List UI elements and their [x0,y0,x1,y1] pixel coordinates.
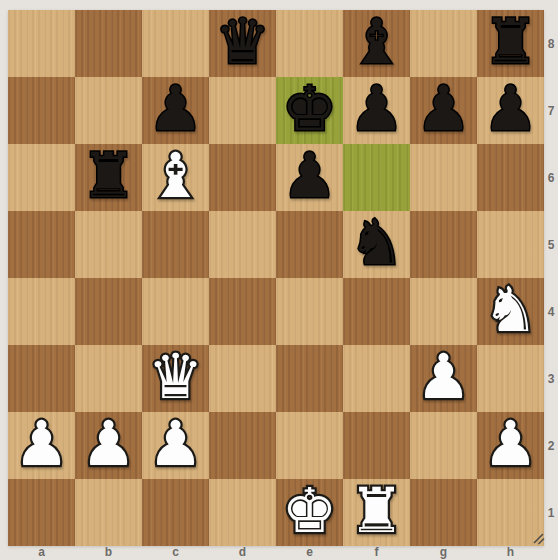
square-f4[interactable] [343,278,410,345]
square-c4[interactable] [142,278,209,345]
square-b4[interactable] [75,278,142,345]
square-b8[interactable] [75,10,142,77]
rank-label-5: 5 [544,237,558,253]
square-b3[interactable] [75,345,142,412]
black-pawn[interactable] [410,77,477,144]
rank-label-2: 2 [544,438,558,454]
black-pawn[interactable] [142,77,209,144]
white-pawn[interactable] [410,345,477,412]
file-label-h: h [477,545,544,560]
square-f6[interactable] [343,144,410,211]
square-e1[interactable] [276,479,343,546]
black-king[interactable] [276,77,343,144]
square-a4[interactable] [8,278,75,345]
white-knight[interactable] [477,278,544,345]
white-pawn[interactable] [142,412,209,479]
white-bishop[interactable] [142,144,209,211]
square-f1[interactable] [343,479,410,546]
square-e4[interactable] [276,278,343,345]
black-pawn[interactable] [343,77,410,144]
square-b7[interactable] [75,77,142,144]
square-a6[interactable] [8,144,75,211]
file-label-d: d [209,545,276,560]
square-g7[interactable] [410,77,477,144]
square-f3[interactable] [343,345,410,412]
white-pawn[interactable] [75,412,142,479]
square-e8[interactable] [276,10,343,77]
rank-label-4: 4 [544,304,558,320]
square-d7[interactable] [209,77,276,144]
square-c2[interactable] [142,412,209,479]
black-rook[interactable] [75,144,142,211]
square-f7[interactable] [343,77,410,144]
square-h8[interactable] [477,10,544,77]
square-e6[interactable] [276,144,343,211]
white-queen[interactable] [142,345,209,412]
file-label-b: b [75,545,142,560]
white-pawn[interactable] [8,412,75,479]
square-c3[interactable] [142,345,209,412]
square-g3[interactable] [410,345,477,412]
square-e7[interactable] [276,77,343,144]
rank-label-7: 7 [544,103,558,119]
square-d3[interactable] [209,345,276,412]
file-label-c: c [142,545,209,560]
white-rook[interactable] [343,479,410,546]
square-a7[interactable] [8,77,75,144]
rank-label-6: 6 [544,170,558,186]
square-c6[interactable] [142,144,209,211]
square-g5[interactable] [410,211,477,278]
square-c1[interactable] [142,479,209,546]
square-d2[interactable] [209,412,276,479]
square-b6[interactable] [75,144,142,211]
square-f2[interactable] [343,412,410,479]
black-pawn[interactable] [276,144,343,211]
white-pawn[interactable] [477,412,544,479]
file-label-g: g [410,545,477,560]
rank-label-3: 3 [544,371,558,387]
square-f5[interactable] [343,211,410,278]
white-king[interactable] [276,479,343,546]
square-d8[interactable] [209,10,276,77]
square-d6[interactable] [209,144,276,211]
square-h6[interactable] [477,144,544,211]
square-g4[interactable] [410,278,477,345]
square-a2[interactable] [8,412,75,479]
black-rook[interactable] [477,10,544,77]
chess-app: 87654321 abcdefgh [0,0,558,560]
square-b1[interactable] [75,479,142,546]
square-a3[interactable] [8,345,75,412]
square-g8[interactable] [410,10,477,77]
square-b2[interactable] [75,412,142,479]
square-e3[interactable] [276,345,343,412]
square-h7[interactable] [477,77,544,144]
square-e2[interactable] [276,412,343,479]
square-c7[interactable] [142,77,209,144]
square-d5[interactable] [209,211,276,278]
square-c5[interactable] [142,211,209,278]
square-h3[interactable] [477,345,544,412]
rank-label-1: 1 [544,505,558,521]
chess-board [8,10,544,546]
square-b5[interactable] [75,211,142,278]
square-e5[interactable] [276,211,343,278]
black-knight[interactable] [343,211,410,278]
square-c8[interactable] [142,10,209,77]
square-f8[interactable] [343,10,410,77]
square-a8[interactable] [8,10,75,77]
square-g2[interactable] [410,412,477,479]
square-h4[interactable] [477,278,544,345]
board-resize-handle-icon[interactable] [532,532,545,545]
square-h2[interactable] [477,412,544,479]
square-a1[interactable] [8,479,75,546]
square-d4[interactable] [209,278,276,345]
square-g1[interactable] [410,479,477,546]
file-label-a: a [8,545,75,560]
rank-label-8: 8 [544,36,558,52]
black-pawn[interactable] [477,77,544,144]
square-d1[interactable] [209,479,276,546]
square-h5[interactable] [477,211,544,278]
square-g6[interactable] [410,144,477,211]
file-label-f: f [343,545,410,560]
black-bishop[interactable] [343,10,410,77]
file-label-e: e [276,545,343,560]
black-queen[interactable] [209,10,276,77]
square-a5[interactable] [8,211,75,278]
